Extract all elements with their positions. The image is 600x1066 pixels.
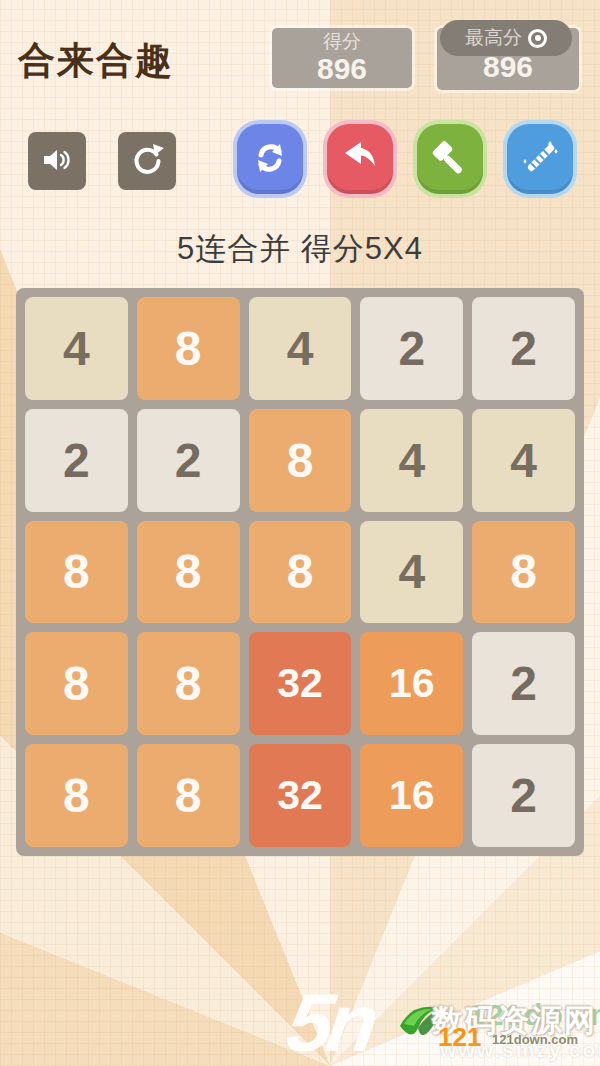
best-score-box: 最高分 896 (437, 28, 579, 90)
game-board: 48422228448884888321628832162 (16, 288, 584, 856)
watermark-alt-url: 121down.com (492, 1032, 578, 1047)
watermark-alt-digits: 121 (438, 1022, 481, 1053)
swap-cycle-icon (249, 137, 291, 182)
sound-button[interactable] (28, 132, 86, 190)
score-label: 得分 (323, 31, 361, 53)
hammer-button[interactable] (417, 124, 483, 194)
tile-8: 8 (249, 409, 352, 512)
sound-icon (37, 140, 77, 183)
tile-8: 8 (137, 744, 240, 847)
merge-status-text: 5连合并 得分5X4 (0, 228, 600, 270)
tile-8: 8 (249, 521, 352, 624)
watermark-ghost-text: 121down (468, 998, 600, 1032)
tile-4: 4 (472, 409, 575, 512)
swap-tiles-button[interactable] (237, 124, 303, 194)
score-value: 896 (317, 53, 367, 85)
tile-16: 16 (360, 632, 463, 735)
score-box: 得分 896 (272, 28, 412, 88)
watermark-site-url: www.smzy.com (440, 1038, 600, 1062)
tile-8: 8 (137, 521, 240, 624)
tile-16: 16 (360, 744, 463, 847)
tile-32: 32 (249, 632, 352, 735)
watermark-green-logo-icon (396, 1000, 450, 1054)
tile-8: 8 (472, 521, 575, 624)
tile-2: 2 (472, 744, 575, 847)
record-icon (528, 29, 547, 48)
tile-4: 4 (360, 521, 463, 624)
tile-8: 8 (25, 521, 128, 624)
tile-2: 2 (360, 297, 463, 400)
tile-4: 4 (25, 297, 128, 400)
restart-icon (127, 140, 167, 183)
tile-8: 8 (25, 744, 128, 847)
watermark-site-name: 数码资源网 (432, 1000, 597, 1042)
tile-2: 2 (472, 632, 575, 735)
tile-2: 2 (25, 409, 128, 512)
restart-button[interactable] (118, 132, 176, 190)
tile-2: 2 (472, 297, 575, 400)
tile-8: 8 (137, 632, 240, 735)
tile-32: 32 (249, 744, 352, 847)
tile-4: 4 (360, 409, 463, 512)
tile-2: 2 (137, 409, 240, 512)
best-score-pill: 最高分 (440, 20, 572, 56)
magic-wand-icon (519, 137, 561, 182)
magic-wand-button[interactable] (507, 124, 573, 194)
best-score-label: 最高分 (465, 25, 522, 51)
hammer-icon (429, 137, 471, 182)
undo-button[interactable] (327, 124, 393, 194)
watermark: 5n 121down 数码资源网 121 121down.com www.smz… (0, 980, 600, 1066)
tile-8: 8 (137, 297, 240, 400)
undo-arrow-icon (339, 137, 381, 182)
game-screen: 合来合趣 得分 896 最高分 896 (0, 0, 600, 1066)
board-grid[interactable]: 48422228448884888321628832162 (25, 297, 575, 847)
watermark-logo-glyph: 5n (281, 976, 378, 1066)
app-title: 合来合趣 (18, 36, 174, 86)
tile-8: 8 (25, 632, 128, 735)
tile-4: 4 (249, 297, 352, 400)
